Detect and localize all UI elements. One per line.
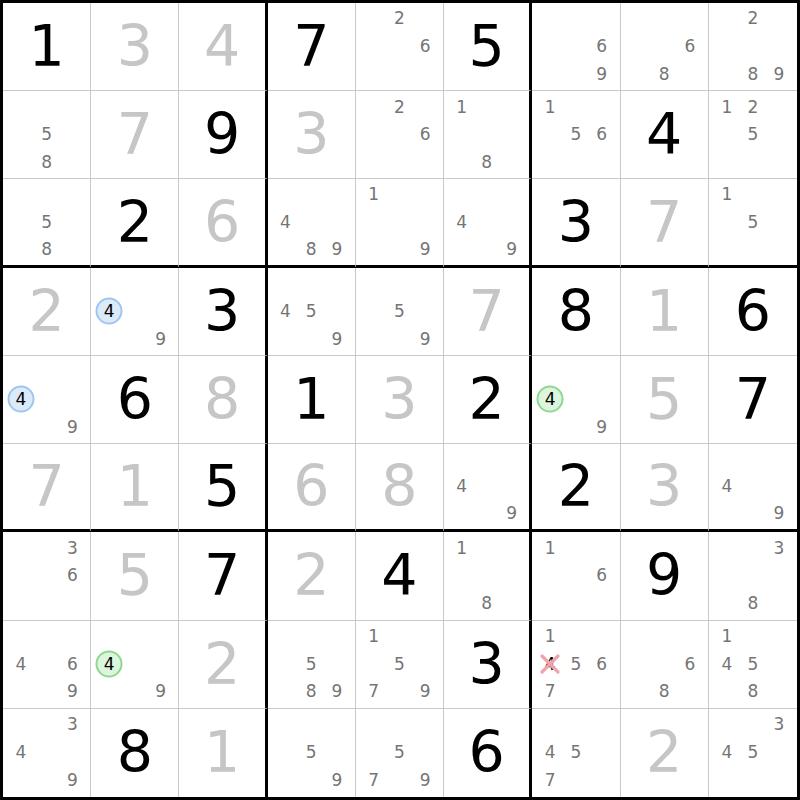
candidate-slot-9: 9 <box>148 325 174 353</box>
candidate-slot-empty <box>474 446 499 473</box>
candidate-slot-empty <box>537 149 563 177</box>
candidate-slot-6: 6 <box>589 650 615 678</box>
cell-r5c6[interactable]: 2 <box>444 356 532 444</box>
candidate-slot-empty <box>273 623 299 651</box>
candidate-digit-6: 6 <box>684 656 695 673</box>
candidate-slot-empty <box>8 358 34 386</box>
candidate-slot-empty <box>589 739 615 767</box>
cell-r6c4[interactable]: 6 <box>268 444 356 532</box>
candidate-slot-1: 1 <box>537 623 563 651</box>
candidate-slot-9: 9 <box>59 767 85 795</box>
candidate-slot-empty <box>148 297 174 325</box>
cell-r4c7[interactable]: 8 <box>532 268 620 356</box>
cell-r4c4[interactable]: 459 <box>268 268 356 356</box>
cell-r4c3[interactable]: 3 <box>179 268 267 356</box>
candidate-digit-1: 1 <box>721 186 732 203</box>
big-digit: 9 <box>646 547 682 604</box>
big-digit: 3 <box>117 18 153 75</box>
cell-r1c4[interactable]: 7 <box>268 3 356 91</box>
candidate-slot-empty <box>499 590 524 618</box>
big-digit: 4 <box>646 106 682 163</box>
candidate-slot-empty <box>537 711 563 739</box>
candidate-slot-empty <box>766 590 792 618</box>
candidate-slot-4: 4 <box>8 386 34 414</box>
cell-r8c8[interactable]: 68 <box>621 621 709 709</box>
cell-r4c8[interactable]: 1 <box>621 268 709 356</box>
cell-r1c1[interactable]: 1 <box>3 3 91 91</box>
candidate-slot-empty <box>766 121 792 149</box>
candidate-grid: 125 <box>709 91 797 178</box>
cell-r9c9[interactable]: 345 <box>709 709 797 797</box>
candidate-digit-8: 8 <box>306 683 317 700</box>
candidate-slot-empty <box>589 767 615 795</box>
candidate-slot-empty <box>324 270 350 298</box>
cell-r1c7[interactable]: 69 <box>532 3 620 91</box>
candidate-slot-empty <box>96 270 122 298</box>
candidate-slot-empty <box>766 181 792 208</box>
candidate-grid: 18 <box>444 532 529 619</box>
cell-r6c9[interactable]: 49 <box>709 444 797 532</box>
cell-r2c5[interactable]: 26 <box>356 91 444 179</box>
cell-r3c2[interactable]: 2 <box>91 179 179 267</box>
candidate-slot-empty <box>361 297 387 325</box>
cell-r5c8[interactable]: 5 <box>621 356 709 444</box>
candidate-slot-empty <box>766 93 792 121</box>
cell-r9c4[interactable]: 59 <box>268 709 356 797</box>
candidate-slot-empty <box>361 325 387 353</box>
candidate-slot-6: 6 <box>412 33 438 61</box>
candidate-slot-empty <box>563 562 589 590</box>
cell-r2c3[interactable]: 9 <box>179 91 267 179</box>
candidate-slot-empty <box>148 623 174 651</box>
cell-r1c3[interactable]: 4 <box>179 3 267 91</box>
candidate-slot-8: 8 <box>34 149 60 177</box>
candidate-slot-empty <box>59 739 85 767</box>
candidate-slot-empty <box>273 181 299 208</box>
candidate-slot-2: 2 <box>740 93 766 121</box>
candidate-slot-empty <box>740 534 766 562</box>
big-digit: 8 <box>558 283 594 340</box>
candidate-slot-empty <box>59 590 85 618</box>
candidate-digit-1: 1 <box>545 99 556 116</box>
cell-r9c8[interactable]: 2 <box>621 709 709 797</box>
candidate-grid: 489 <box>268 179 355 264</box>
big-digit: 4 <box>204 18 240 75</box>
candidate-slot-empty <box>361 121 387 149</box>
cell-r6c3[interactable]: 5 <box>179 444 267 532</box>
cell-r6c5[interactable]: 8 <box>356 444 444 532</box>
candidate-slot-9: 9 <box>59 413 85 441</box>
candidate-slot-8: 8 <box>298 678 324 706</box>
cell-r3c1[interactable]: 58 <box>3 179 91 267</box>
cell-r8c1[interactable]: 469 <box>3 621 91 709</box>
candidate-grid: 19 <box>356 179 443 264</box>
candidate-grid: 58 <box>3 91 90 178</box>
candidate-slot-empty <box>298 623 324 651</box>
candidate-slot-4: 4 <box>449 209 474 236</box>
candidate-slot-empty <box>677 5 703 33</box>
candidate-slot-empty <box>8 209 34 236</box>
candidate-slot-empty <box>412 650 438 678</box>
candidate-slot-4: 4 <box>8 739 34 767</box>
candidate-slot-empty <box>589 590 615 618</box>
candidate-slot-empty <box>273 236 299 263</box>
cell-r7c6[interactable]: 18 <box>444 532 532 620</box>
candidate-slot-empty <box>59 358 85 386</box>
candidate-slot-5: 5 <box>298 739 324 767</box>
candidate-slot-empty <box>499 181 524 208</box>
candidate-slot-7: 7 <box>537 767 563 795</box>
candidate-slot-empty <box>96 325 122 353</box>
big-digit: 7 <box>117 106 153 163</box>
candidate-digit-8: 8 <box>41 241 52 258</box>
candidate-slot-empty <box>740 500 766 527</box>
candidate-slot-4: 4 <box>714 473 740 500</box>
candidate-digit-6: 6 <box>67 656 78 673</box>
candidate-digit-5: 5 <box>747 744 758 761</box>
cell-r5c5[interactable]: 3 <box>356 356 444 444</box>
candidate-slot-empty <box>740 562 766 590</box>
candidate-digit-9: 9 <box>506 505 517 522</box>
candidate-slot-empty <box>714 121 740 149</box>
candidate-slot-empty <box>387 209 413 236</box>
candidate-slot-empty <box>34 623 60 651</box>
cell-r6c2[interactable]: 1 <box>91 444 179 532</box>
candidate-slot-9: 9 <box>412 678 438 706</box>
candidate-digit-2: 2 <box>394 99 405 116</box>
candidate-digit-4: 4 <box>280 303 291 320</box>
candidate-slot-empty <box>740 446 766 473</box>
cell-r5c7[interactable]: 49 <box>532 356 620 444</box>
candidate-slot-empty <box>273 739 299 767</box>
candidate-digit-8: 8 <box>481 595 492 612</box>
big-digit: 3 <box>204 283 240 340</box>
cell-r8c7[interactable]: 14567 <box>532 621 620 709</box>
big-digit: 7 <box>293 18 329 75</box>
candidate-slot-empty <box>59 93 85 121</box>
candidate-slot-9: 9 <box>148 678 174 706</box>
candidate-grid: 26 <box>356 91 443 178</box>
candidate-slot-empty <box>324 650 350 678</box>
candidate-digit-3: 3 <box>67 540 78 557</box>
cell-r8c5[interactable]: 1579 <box>356 621 444 709</box>
candidate-slot-empty <box>677 60 703 88</box>
sudoku-board: 1347265696828958793261815641255826489194… <box>0 0 800 800</box>
candidate-slot-empty <box>474 181 499 208</box>
candidate-slot-empty <box>449 236 474 263</box>
candidate-slot-empty <box>563 623 589 651</box>
candidate-slot-empty <box>59 623 85 651</box>
candidate-slot-empty <box>499 121 524 149</box>
candidate-digit-5: 5 <box>394 744 405 761</box>
candidate-slot-empty <box>677 678 703 706</box>
candidate-digit-4: 4 <box>104 656 115 673</box>
candidate-digit-6: 6 <box>67 567 78 584</box>
candidate-digit-1: 1 <box>545 540 556 557</box>
candidate-grid: 58 <box>3 179 90 264</box>
candidate-slot-empty <box>766 5 792 33</box>
big-digit: 6 <box>117 371 153 428</box>
candidate-slot-5: 5 <box>387 739 413 767</box>
big-digit: 3 <box>293 106 329 163</box>
candidate-slot-9: 9 <box>324 767 350 795</box>
candidate-slot-empty <box>563 413 589 441</box>
candidate-slot-empty <box>740 767 766 795</box>
cell-r2c1[interactable]: 58 <box>3 91 91 179</box>
candidate-slot-empty <box>626 60 652 88</box>
cell-r9c6[interactable]: 6 <box>444 709 532 797</box>
candidate-grid: 1458 <box>709 621 797 708</box>
candidate-digit-9: 9 <box>774 66 785 83</box>
candidate-digit-1: 1 <box>368 186 379 203</box>
candidate-slot-empty <box>714 33 740 61</box>
candidate-digit-1: 1 <box>456 540 467 557</box>
cell-r2c4[interactable]: 3 <box>268 91 356 179</box>
candidate-slot-4: 4 <box>96 650 122 678</box>
candidate-slot-empty <box>714 711 740 739</box>
candidate-slot-empty <box>273 678 299 706</box>
cell-r3c4[interactable]: 489 <box>268 179 356 267</box>
cell-r7c5[interactable]: 4 <box>356 532 444 620</box>
candidate-slot-9: 9 <box>412 236 438 263</box>
cell-r3c3[interactable]: 6 <box>179 179 267 267</box>
cell-r7c9[interactable]: 38 <box>709 532 797 620</box>
candidate-slot-9: 9 <box>499 500 524 527</box>
cell-r2c2[interactable]: 7 <box>91 91 179 179</box>
candidate-slot-empty <box>361 236 387 263</box>
candidate-slot-empty <box>740 149 766 177</box>
cell-r6c7[interactable]: 2 <box>532 444 620 532</box>
candidate-digit-4: 4 <box>280 214 291 231</box>
candidate-slot-empty <box>324 739 350 767</box>
candidate-slot-empty <box>714 149 740 177</box>
candidate-slot-empty <box>96 678 122 706</box>
candidate-digit-5: 5 <box>306 744 317 761</box>
candidate-slot-empty <box>499 446 524 473</box>
candidate-slot-empty <box>537 590 563 618</box>
candidate-slot-empty <box>766 149 792 177</box>
cell-r9c1[interactable]: 349 <box>3 709 91 797</box>
big-digit: 2 <box>646 724 682 781</box>
candidate-slot-empty <box>626 650 652 678</box>
candidate-slot-empty <box>651 623 677 651</box>
cell-r1c6[interactable]: 5 <box>444 3 532 91</box>
candidate-slot-empty <box>563 711 589 739</box>
candidate-digit-2: 2 <box>747 10 758 27</box>
candidate-slot-empty <box>387 149 413 177</box>
candidate-slot-8: 8 <box>34 236 60 263</box>
cell-r5c2[interactable]: 6 <box>91 356 179 444</box>
candidate-slot-empty <box>714 767 740 795</box>
cell-r8c4[interactable]: 589 <box>268 621 356 709</box>
candidate-slot-empty <box>412 149 438 177</box>
candidate-grid: 16 <box>532 532 619 619</box>
candidate-slot-empty <box>449 181 474 208</box>
candidate-grid: 49 <box>532 356 619 443</box>
candidate-slot-empty <box>714 60 740 88</box>
cell-r7c2[interactable]: 5 <box>91 532 179 620</box>
cell-r1c8[interactable]: 68 <box>621 3 709 91</box>
cell-r9c3[interactable]: 1 <box>179 709 267 797</box>
candidate-slot-empty <box>34 678 60 706</box>
cell-r2c6[interactable]: 18 <box>444 91 532 179</box>
candidate-slot-7: 7 <box>537 678 563 706</box>
candidate-digit-8: 8 <box>659 66 670 83</box>
candidate-slot-empty <box>34 181 60 208</box>
candidate-slot-empty <box>499 473 524 500</box>
candidate-slot-9: 9 <box>412 325 438 353</box>
candidate-slot-empty <box>766 33 792 61</box>
candidate-slot-empty <box>412 181 438 208</box>
cell-r8c6[interactable]: 3 <box>444 621 532 709</box>
candidate-slot-empty <box>563 534 589 562</box>
cell-r2c9[interactable]: 125 <box>709 91 797 179</box>
cell-r7c4[interactable]: 2 <box>268 532 356 620</box>
candidate-slot-empty <box>766 678 792 706</box>
cell-r7c8[interactable]: 9 <box>621 532 709 620</box>
candidate-digit-7: 7 <box>368 683 379 700</box>
cell-r3c9[interactable]: 15 <box>709 179 797 267</box>
candidate-digit-5: 5 <box>41 214 52 231</box>
candidate-slot-empty <box>59 121 85 149</box>
candidate-slot-empty <box>474 209 499 236</box>
candidate-slot-empty <box>740 711 766 739</box>
big-digit: 5 <box>117 547 153 604</box>
candidate-slot-9: 9 <box>589 60 615 88</box>
candidate-digit-5: 5 <box>571 126 582 143</box>
candidate-slot-empty <box>563 33 589 61</box>
candidate-slot-5: 5 <box>740 650 766 678</box>
cell-r9c2[interactable]: 8 <box>91 709 179 797</box>
cell-r7c3[interactable]: 7 <box>179 532 267 620</box>
candidate-digit-5: 5 <box>41 126 52 143</box>
cell-r3c7[interactable]: 3 <box>532 179 620 267</box>
cell-r1c9[interactable]: 289 <box>709 3 797 91</box>
candidate-grid: 579 <box>356 709 443 797</box>
candidate-slot-empty <box>34 711 60 739</box>
candidate-slot-empty <box>412 739 438 767</box>
big-digit: 1 <box>293 371 329 428</box>
candidate-slot-empty <box>387 623 413 651</box>
cell-r7c1[interactable]: 36 <box>3 532 91 620</box>
candidate-slot-empty <box>474 236 499 263</box>
candidate-digit-5: 5 <box>306 656 317 673</box>
candidate-slot-empty <box>361 739 387 767</box>
candidate-slot-8: 8 <box>651 60 677 88</box>
big-digit: 2 <box>293 547 329 604</box>
candidate-slot-empty <box>122 650 148 678</box>
candidate-slot-empty <box>740 473 766 500</box>
cell-r5c1[interactable]: 49 <box>3 356 91 444</box>
candidate-slot-5: 5 <box>740 739 766 767</box>
cell-r5c9[interactable]: 7 <box>709 356 797 444</box>
cell-r4c9[interactable]: 6 <box>709 268 797 356</box>
cell-r3c8[interactable]: 7 <box>621 179 709 267</box>
big-digit: 6 <box>469 724 505 781</box>
candidate-slot-empty <box>361 711 387 739</box>
candidate-slot-empty <box>537 562 563 590</box>
cell-r2c7[interactable]: 156 <box>532 91 620 179</box>
candidate-slot-empty <box>563 5 589 33</box>
candidate-slot-empty <box>148 270 174 298</box>
candidate-digit-6: 6 <box>420 38 431 55</box>
candidate-grid: 49 <box>444 444 529 529</box>
candidate-slot-empty <box>563 358 589 386</box>
candidate-slot-9: 9 <box>324 678 350 706</box>
big-digit: 3 <box>646 458 682 515</box>
cell-r1c2[interactable]: 3 <box>91 3 179 91</box>
candidate-digit-4: 4 <box>721 744 732 761</box>
cell-r9c7[interactable]: 457 <box>532 709 620 797</box>
candidate-digit-7: 7 <box>545 683 556 700</box>
cell-r5c4[interactable]: 1 <box>268 356 356 444</box>
candidate-slot-5: 5 <box>563 121 589 149</box>
cell-r4c2[interactable]: 49 <box>91 268 179 356</box>
candidate-digit-6: 6 <box>596 126 607 143</box>
cell-r7c7[interactable]: 16 <box>532 532 620 620</box>
candidate-slot-empty <box>449 590 474 618</box>
cell-r8c9[interactable]: 1458 <box>709 621 797 709</box>
candidate-digit-9: 9 <box>420 331 431 348</box>
candidate-slot-empty <box>449 149 474 177</box>
candidate-slot-empty <box>361 270 387 298</box>
cell-r2c8[interactable]: 4 <box>621 91 709 179</box>
candidate-slot-empty <box>34 650 60 678</box>
cell-r4c1[interactable]: 2 <box>3 268 91 356</box>
candidate-slot-4: 4 <box>8 650 34 678</box>
cell-r5c3[interactable]: 8 <box>179 356 267 444</box>
candidate-digit-9: 9 <box>420 772 431 789</box>
big-digit: 6 <box>293 458 329 515</box>
cell-r6c1[interactable]: 7 <box>3 444 91 532</box>
cell-r9c5[interactable]: 579 <box>356 709 444 797</box>
candidate-slot-empty <box>8 711 34 739</box>
cell-r4c6[interactable]: 7 <box>444 268 532 356</box>
candidate-slot-empty <box>361 33 387 61</box>
candidate-slot-3: 3 <box>59 534 85 562</box>
cell-r6c6[interactable]: 49 <box>444 444 532 532</box>
candidate-slot-empty <box>537 33 563 61</box>
big-digit: 7 <box>28 458 64 515</box>
candidate-slot-empty <box>387 236 413 263</box>
candidate-digit-8: 8 <box>481 154 492 171</box>
candidate-slot-empty <box>8 678 34 706</box>
candidate-digit-6: 6 <box>596 567 607 584</box>
candidate-digit-9: 9 <box>420 683 431 700</box>
cell-r3c5[interactable]: 19 <box>356 179 444 267</box>
cell-r3c6[interactable]: 49 <box>444 179 532 267</box>
cell-r4c5[interactable]: 59 <box>356 268 444 356</box>
candidate-slot-empty <box>361 5 387 33</box>
cell-r1c5[interactable]: 26 <box>356 3 444 91</box>
candidate-digit-9: 9 <box>332 683 343 700</box>
cell-r6c8[interactable]: 3 <box>621 444 709 532</box>
candidate-grid: 49 <box>444 179 529 264</box>
candidate-slot-4: 4 <box>96 297 122 325</box>
candidate-digit-5: 5 <box>394 656 405 673</box>
candidate-slot-3: 3 <box>766 711 792 739</box>
candidate-slot-empty <box>273 325 299 353</box>
candidate-slot-2: 2 <box>387 5 413 33</box>
candidate-slot-1: 1 <box>449 93 474 121</box>
candidate-slot-6: 6 <box>589 562 615 590</box>
candidate-slot-empty <box>298 181 324 208</box>
cell-r8c3[interactable]: 2 <box>179 621 267 709</box>
candidate-slot-empty <box>626 678 652 706</box>
cell-r8c2[interactable]: 49 <box>91 621 179 709</box>
candidate-slot-empty <box>298 270 324 298</box>
candidate-slot-5: 5 <box>34 121 60 149</box>
